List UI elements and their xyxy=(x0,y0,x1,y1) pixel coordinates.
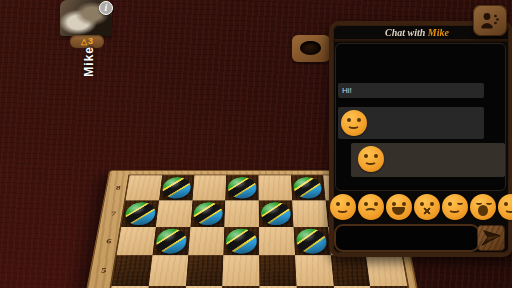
emoji-quickbar xyxy=(330,194,512,220)
mouth xyxy=(347,121,360,129)
chat-panel: Chat with Mike Hi! xyxy=(329,21,512,257)
rank-label-5: 5 xyxy=(101,267,108,274)
emoji-button-frown-2[interactable] xyxy=(358,194,384,220)
rank-label-7: 7 xyxy=(111,210,117,216)
chat-message-opponent: Hi! xyxy=(338,83,484,98)
emoji-button-wink-5[interactable] xyxy=(442,194,468,220)
recessed-hole-icon xyxy=(300,41,321,55)
emoji-button-shock-6[interactable] xyxy=(470,194,496,220)
panel-side-tab[interactable] xyxy=(292,35,330,62)
badge-value: 3 xyxy=(88,36,93,46)
triangle-icon: △ xyxy=(81,37,87,46)
emoji-smile xyxy=(358,146,384,172)
info-icon[interactable]: i xyxy=(99,1,113,15)
eye xyxy=(486,200,492,205)
eye xyxy=(402,202,406,206)
mouth xyxy=(448,205,461,213)
eye xyxy=(430,202,434,206)
mouth xyxy=(392,207,405,215)
mouth xyxy=(478,205,488,216)
chat-message-player xyxy=(351,143,505,177)
divider xyxy=(333,39,509,42)
eye xyxy=(374,202,378,206)
send-button[interactable] xyxy=(477,225,505,251)
opponent-name-label: Mike xyxy=(82,46,96,77)
emoji-smile xyxy=(341,110,367,136)
chat-title-name: Mike xyxy=(428,27,449,38)
rank-label-6: 6 xyxy=(106,237,112,244)
mouth xyxy=(336,205,349,213)
mouth xyxy=(504,205,512,213)
emoji-button-laugh-3[interactable] xyxy=(386,194,412,220)
game-screen: 12345678ABCDEFGH i △3 Mike Chat with Mik… xyxy=(0,0,512,288)
chat-toggle-tab[interactable] xyxy=(473,5,507,36)
emoji-button-smile-1[interactable] xyxy=(330,194,356,220)
chat-message-text: Hi! xyxy=(338,83,484,98)
mouth xyxy=(364,157,377,165)
chat-text-input[interactable] xyxy=(334,224,480,252)
chat-message-opponent xyxy=(338,107,484,139)
eye xyxy=(420,202,424,206)
rank-label-8: 8 xyxy=(115,184,121,190)
eye xyxy=(364,202,368,206)
eye xyxy=(392,202,396,206)
paper-plane-icon xyxy=(481,229,501,247)
emoji-button-xmouth-4[interactable] xyxy=(414,194,440,220)
emoji-button-smile-7[interactable] xyxy=(498,194,512,220)
mouth xyxy=(423,207,431,215)
mouth xyxy=(364,208,377,216)
chat-message-list: Hi! xyxy=(335,43,506,191)
eye xyxy=(457,200,463,205)
chat-person-icon xyxy=(479,10,501,32)
opponent-card: i △3 xyxy=(60,0,114,50)
